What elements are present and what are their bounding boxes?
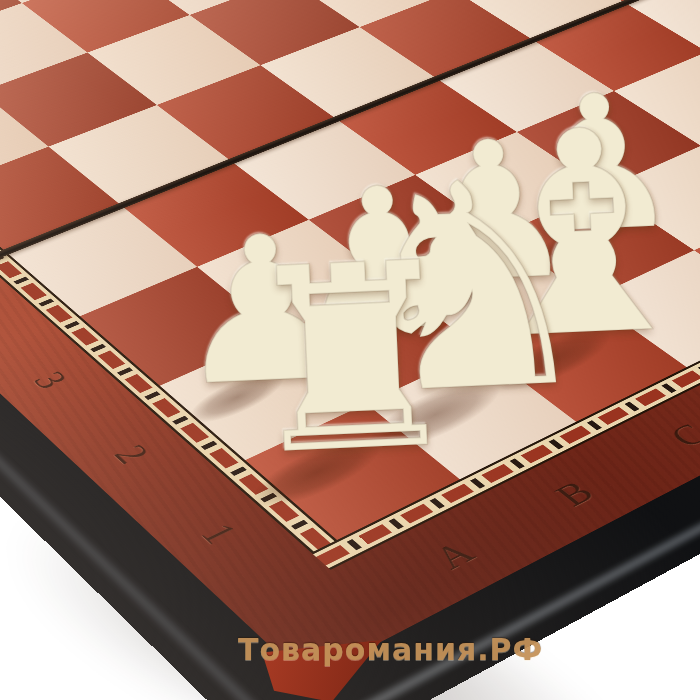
photo-scene: ABCDEFGH12345678 ♜♞♝♟♟♟♟ Товаромания.РФ: [0, 0, 700, 700]
watermark: Товаромания.РФ: [238, 632, 543, 667]
chess-board: ABCDEFGH12345678: [0, 0, 700, 700]
